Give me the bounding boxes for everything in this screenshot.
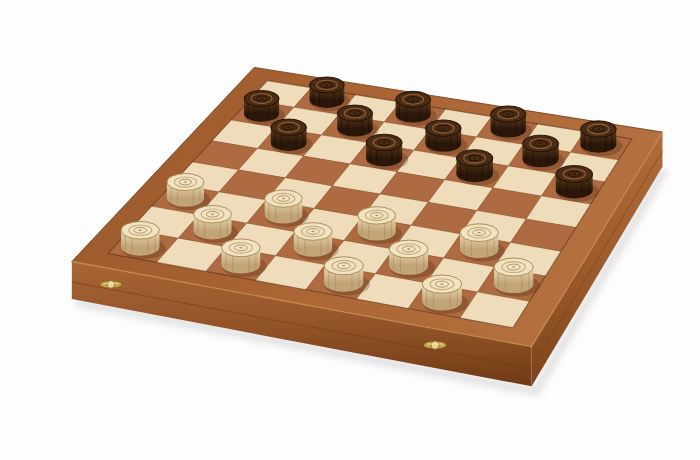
piece-center-dot xyxy=(442,127,445,128)
piece-center-dot xyxy=(375,215,378,216)
piece-center-dot xyxy=(282,198,285,199)
checkers-board xyxy=(0,0,700,460)
piece-center-dot xyxy=(407,248,410,249)
piece-center-dot xyxy=(597,128,600,129)
piece-center-dot xyxy=(507,113,510,114)
product-photo-scene xyxy=(0,0,700,460)
piece-center-dot xyxy=(478,232,481,233)
piece-center-dot xyxy=(342,265,345,266)
brass-clasp-1 xyxy=(100,280,122,288)
piece-center-dot xyxy=(383,142,386,143)
piece-center-dot xyxy=(311,231,314,232)
clasp-knob xyxy=(431,341,439,349)
piece-center-dot xyxy=(473,157,476,158)
piece-center-dot xyxy=(139,230,142,231)
piece-center-dot xyxy=(287,127,290,128)
piece-center-dot xyxy=(539,143,542,144)
piece-center-dot xyxy=(573,173,576,174)
brass-clasp-2 xyxy=(424,341,447,349)
piece-center-dot xyxy=(260,98,263,99)
piece-center-dot xyxy=(412,99,415,100)
piece-center-dot xyxy=(512,266,515,267)
piece-center-dot xyxy=(354,113,357,114)
piece-center-dot xyxy=(239,247,242,248)
piece-center-dot xyxy=(184,181,187,182)
piece-center-dot xyxy=(326,84,329,85)
clasp-knob xyxy=(107,280,115,288)
piece-center-dot xyxy=(211,214,214,215)
piece-center-dot xyxy=(440,283,443,284)
